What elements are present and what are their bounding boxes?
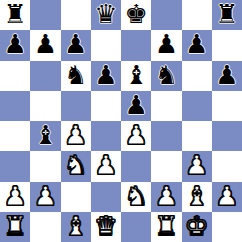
square-h6[interactable]: ♟ <box>212 61 242 91</box>
square-e5[interactable]: ♟ <box>121 91 151 121</box>
square-g1[interactable]: ♚ <box>182 212 212 242</box>
square-c6[interactable]: ♞ <box>61 61 91 91</box>
square-c8[interactable] <box>61 0 91 30</box>
piece-white-knight[interactable]: ♞ <box>64 152 87 178</box>
square-d7[interactable] <box>91 30 121 60</box>
piece-black-queen[interactable]: ♛ <box>94 1 117 27</box>
square-e2[interactable]: ♞ <box>121 182 151 212</box>
square-e7[interactable] <box>121 30 151 60</box>
square-c3[interactable]: ♞ <box>61 151 91 181</box>
square-a8[interactable]: ♜ <box>0 0 30 30</box>
square-c2[interactable] <box>61 182 91 212</box>
piece-white-pawn[interactable]: ♟ <box>64 122 87 148</box>
piece-white-pawn[interactable]: ♟ <box>34 183 57 209</box>
square-f6[interactable]: ♞ <box>151 61 181 91</box>
square-f7[interactable]: ♟ <box>151 30 181 60</box>
square-f8[interactable] <box>151 0 181 30</box>
square-d1[interactable]: ♛ <box>91 212 121 242</box>
square-h2[interactable]: ♟ <box>212 182 242 212</box>
piece-white-rook[interactable]: ♜ <box>3 213 26 239</box>
square-d8[interactable]: ♛ <box>91 0 121 30</box>
piece-black-pawn[interactable]: ♟ <box>215 62 238 88</box>
square-g7[interactable]: ♟ <box>182 30 212 60</box>
piece-white-bishop[interactable]: ♝ <box>64 213 87 239</box>
piece-white-pawn[interactable]: ♟ <box>215 183 238 209</box>
square-f5[interactable] <box>151 91 181 121</box>
square-e8[interactable]: ♚ <box>121 0 151 30</box>
square-a6[interactable] <box>0 61 30 91</box>
piece-black-pawn[interactable]: ♟ <box>185 31 208 57</box>
square-h7[interactable] <box>212 30 242 60</box>
piece-black-bishop[interactable]: ♝ <box>34 122 57 148</box>
square-d5[interactable] <box>91 91 121 121</box>
piece-black-knight[interactable]: ♞ <box>64 62 87 88</box>
square-c5[interactable] <box>61 91 91 121</box>
square-a4[interactable] <box>0 121 30 151</box>
square-e4[interactable]: ♟ <box>121 121 151 151</box>
piece-black-pawn[interactable]: ♟ <box>34 31 57 57</box>
square-e1[interactable] <box>121 212 151 242</box>
piece-black-pawn[interactable]: ♟ <box>3 31 26 57</box>
piece-white-rook[interactable]: ♜ <box>155 213 178 239</box>
piece-black-pawn[interactable]: ♟ <box>94 62 117 88</box>
square-f3[interactable] <box>151 151 181 181</box>
square-b1[interactable] <box>30 212 60 242</box>
square-a2[interactable]: ♟ <box>0 182 30 212</box>
piece-white-pawn[interactable]: ♟ <box>3 183 26 209</box>
piece-white-pawn[interactable]: ♟ <box>94 152 117 178</box>
piece-white-bishop[interactable]: ♝ <box>185 183 208 209</box>
square-g8[interactable] <box>182 0 212 30</box>
square-e3[interactable] <box>121 151 151 181</box>
square-a7[interactable]: ♟ <box>0 30 30 60</box>
square-b6[interactable] <box>30 61 60 91</box>
piece-black-pawn[interactable]: ♟ <box>124 92 147 118</box>
square-g2[interactable]: ♝ <box>182 182 212 212</box>
square-h1[interactable] <box>212 212 242 242</box>
piece-black-rook[interactable]: ♜ <box>3 1 26 27</box>
square-g4[interactable] <box>182 121 212 151</box>
square-h5[interactable] <box>212 91 242 121</box>
piece-black-pawn[interactable]: ♟ <box>155 31 178 57</box>
square-a1[interactable]: ♜ <box>0 212 30 242</box>
piece-black-knight[interactable]: ♞ <box>155 62 178 88</box>
square-g5[interactable] <box>182 91 212 121</box>
square-h8[interactable]: ♜ <box>212 0 242 30</box>
square-f4[interactable] <box>151 121 181 151</box>
square-b8[interactable] <box>30 0 60 30</box>
piece-black-bishop[interactable]: ♝ <box>124 62 147 88</box>
square-f2[interactable]: ♟ <box>151 182 181 212</box>
square-g3[interactable]: ♟ <box>182 151 212 181</box>
square-d6[interactable]: ♟ <box>91 61 121 91</box>
square-d4[interactable] <box>91 121 121 151</box>
piece-white-pawn[interactable]: ♟ <box>124 122 147 148</box>
piece-black-king[interactable]: ♚ <box>124 1 147 27</box>
square-g6[interactable] <box>182 61 212 91</box>
square-b4[interactable]: ♝ <box>30 121 60 151</box>
square-b5[interactable] <box>30 91 60 121</box>
square-f1[interactable]: ♜ <box>151 212 181 242</box>
piece-white-queen[interactable]: ♛ <box>94 213 117 239</box>
square-h4[interactable] <box>212 121 242 151</box>
square-b3[interactable] <box>30 151 60 181</box>
piece-white-king[interactable]: ♚ <box>185 213 208 239</box>
square-b7[interactable]: ♟ <box>30 30 60 60</box>
piece-white-pawn[interactable]: ♟ <box>185 152 208 178</box>
square-c1[interactable]: ♝ <box>61 212 91 242</box>
square-e6[interactable]: ♝ <box>121 61 151 91</box>
piece-white-pawn[interactable]: ♟ <box>155 183 178 209</box>
square-d3[interactable]: ♟ <box>91 151 121 181</box>
chess-board: ♜♛♚♜♟♟♟♟♟♞♟♝♞♟♟♝♟♟♞♟♟♟♟♞♟♝♟♜♝♛♜♚ <box>0 0 242 242</box>
square-c4[interactable]: ♟ <box>61 121 91 151</box>
piece-black-rook[interactable]: ♜ <box>215 1 238 27</box>
square-h3[interactable] <box>212 151 242 181</box>
square-b2[interactable]: ♟ <box>30 182 60 212</box>
square-a5[interactable] <box>0 91 30 121</box>
piece-black-pawn[interactable]: ♟ <box>64 31 87 57</box>
square-a3[interactable] <box>0 151 30 181</box>
square-c7[interactable]: ♟ <box>61 30 91 60</box>
piece-white-knight[interactable]: ♞ <box>124 183 147 209</box>
square-d2[interactable] <box>91 182 121 212</box>
